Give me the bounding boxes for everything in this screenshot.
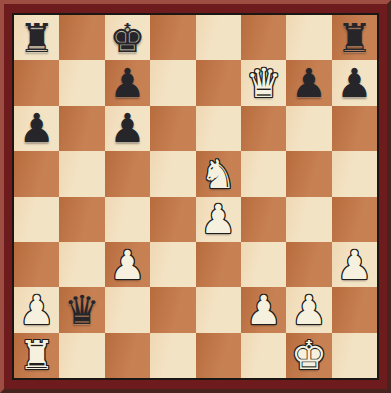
square-a4[interactable] [14, 197, 59, 242]
white-pawn-f2[interactable]: ♟ [241, 287, 286, 332]
square-h4[interactable] [332, 197, 377, 242]
white-pawn-e4[interactable]: ♟ [196, 197, 241, 242]
square-g3[interactable] [286, 242, 331, 287]
white-pawn-a2[interactable]: ♟ [14, 287, 59, 332]
square-h6[interactable] [332, 106, 377, 151]
black-pawn-a6[interactable]: ♟ [14, 106, 59, 151]
square-c5[interactable] [105, 151, 150, 196]
square-e7[interactable] [196, 60, 241, 105]
square-h1[interactable] [332, 333, 377, 378]
square-d4[interactable] [150, 197, 195, 242]
square-b4[interactable] [59, 197, 104, 242]
white-rook-a1[interactable]: ♜ [14, 333, 59, 378]
square-e3[interactable] [196, 242, 241, 287]
square-f7[interactable]: ♛ [241, 60, 286, 105]
square-f2[interactable]: ♟ [241, 287, 286, 332]
square-c6[interactable]: ♟ [105, 106, 150, 151]
square-g4[interactable] [286, 197, 331, 242]
black-rook-h8[interactable]: ♜ [332, 15, 377, 60]
square-b6[interactable] [59, 106, 104, 151]
square-g5[interactable] [286, 151, 331, 196]
square-h3[interactable]: ♟ [332, 242, 377, 287]
square-b8[interactable] [59, 15, 104, 60]
square-g2[interactable]: ♟ [286, 287, 331, 332]
square-d2[interactable] [150, 287, 195, 332]
square-f5[interactable] [241, 151, 286, 196]
square-e4[interactable]: ♟ [196, 197, 241, 242]
square-d5[interactable] [150, 151, 195, 196]
square-g8[interactable] [286, 15, 331, 60]
square-a2[interactable]: ♟ [14, 287, 59, 332]
square-e2[interactable] [196, 287, 241, 332]
square-d1[interactable] [150, 333, 195, 378]
square-g1[interactable]: ♚ [286, 333, 331, 378]
square-h7[interactable]: ♟ [332, 60, 377, 105]
square-a1[interactable]: ♜ [14, 333, 59, 378]
black-pawn-c6[interactable]: ♟ [105, 106, 150, 151]
square-a6[interactable]: ♟ [14, 106, 59, 151]
square-d7[interactable] [150, 60, 195, 105]
square-b7[interactable] [59, 60, 104, 105]
square-a8[interactable]: ♜ [14, 15, 59, 60]
black-pawn-c7[interactable]: ♟ [105, 60, 150, 105]
board-frame: ♜♚♜♟♛♟♟♟♟♞♟♟♟♟♛♟♟♜♚ [0, 0, 391, 393]
square-e6[interactable] [196, 106, 241, 151]
white-pawn-h3[interactable]: ♟ [332, 242, 377, 287]
board-inner-border: ♜♚♜♟♛♟♟♟♟♞♟♟♟♟♛♟♟♜♚ [12, 13, 379, 380]
black-pawn-g7[interactable]: ♟ [286, 60, 331, 105]
white-knight-e5[interactable]: ♞ [196, 151, 241, 196]
square-f3[interactable] [241, 242, 286, 287]
square-f8[interactable] [241, 15, 286, 60]
square-d3[interactable] [150, 242, 195, 287]
square-c2[interactable] [105, 287, 150, 332]
square-e8[interactable] [196, 15, 241, 60]
black-queen-b2[interactable]: ♛ [59, 287, 104, 332]
white-pawn-g2[interactable]: ♟ [286, 287, 331, 332]
black-rook-a8[interactable]: ♜ [14, 15, 59, 60]
square-c8[interactable]: ♚ [105, 15, 150, 60]
square-f4[interactable] [241, 197, 286, 242]
square-g6[interactable] [286, 106, 331, 151]
black-king-c8[interactable]: ♚ [105, 15, 150, 60]
square-b5[interactable] [59, 151, 104, 196]
square-b2[interactable]: ♛ [59, 287, 104, 332]
square-c1[interactable] [105, 333, 150, 378]
square-a3[interactable] [14, 242, 59, 287]
square-c4[interactable] [105, 197, 150, 242]
square-f6[interactable] [241, 106, 286, 151]
square-a7[interactable] [14, 60, 59, 105]
square-f1[interactable] [241, 333, 286, 378]
square-d6[interactable] [150, 106, 195, 151]
square-e5[interactable]: ♞ [196, 151, 241, 196]
square-e1[interactable] [196, 333, 241, 378]
square-h2[interactable] [332, 287, 377, 332]
square-c7[interactable]: ♟ [105, 60, 150, 105]
white-pawn-c3[interactable]: ♟ [105, 242, 150, 287]
square-b3[interactable] [59, 242, 104, 287]
square-g7[interactable]: ♟ [286, 60, 331, 105]
square-d8[interactable] [150, 15, 195, 60]
black-pawn-h7[interactable]: ♟ [332, 60, 377, 105]
square-h5[interactable] [332, 151, 377, 196]
white-queen-f7[interactable]: ♛ [241, 60, 286, 105]
square-h8[interactable]: ♜ [332, 15, 377, 60]
square-a5[interactable] [14, 151, 59, 196]
square-b1[interactable] [59, 333, 104, 378]
white-king-g1[interactable]: ♚ [286, 333, 331, 378]
square-c3[interactable]: ♟ [105, 242, 150, 287]
chess-board: ♜♚♜♟♛♟♟♟♟♞♟♟♟♟♛♟♟♜♚ [14, 15, 377, 378]
